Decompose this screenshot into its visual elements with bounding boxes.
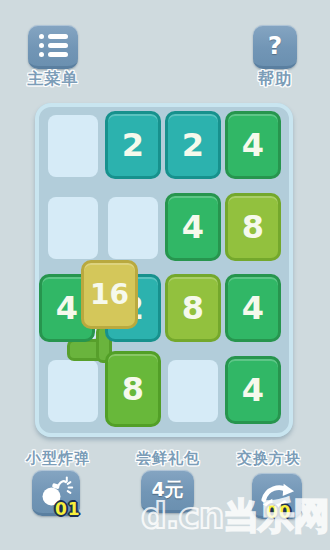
pack-price-button[interactable]: 4元: [141, 470, 194, 513]
tile-4: 4: [225, 356, 281, 424]
bomb-label: 小型炸弹: [22, 449, 94, 468]
question-mark-icon: ?: [268, 31, 283, 60]
swap-label: 交换方块: [233, 449, 305, 468]
board-cell: [48, 197, 98, 259]
tile-8: 8: [225, 193, 281, 261]
board-cell: [48, 115, 98, 177]
bomb-count-badge: 01: [55, 499, 81, 519]
tile-2: 2: [165, 111, 221, 179]
board-cell: [168, 360, 218, 422]
swap-count-badge: 00: [266, 502, 292, 522]
board-cell: [108, 197, 158, 259]
board[interactable]: 2244842848416: [35, 103, 293, 437]
floating-tile-16: 16: [81, 260, 138, 329]
tile-8: 8: [165, 274, 221, 342]
tile-4: 4: [165, 193, 221, 261]
tile-4: 4: [225, 274, 281, 342]
main-menu-button[interactable]: [28, 25, 78, 69]
main-menu-label: 主菜单: [18, 69, 88, 90]
pack-label: 尝鲜礼包: [132, 449, 204, 468]
board-cell: [48, 360, 98, 422]
help-button[interactable]: ?: [253, 25, 297, 69]
tile-2: 2: [105, 111, 161, 179]
price-text: 4元: [151, 477, 183, 503]
list-icon: [39, 34, 68, 57]
tile-8: 8: [105, 351, 161, 427]
tile-4: 4: [225, 111, 281, 179]
help-label: 帮助: [240, 69, 310, 90]
